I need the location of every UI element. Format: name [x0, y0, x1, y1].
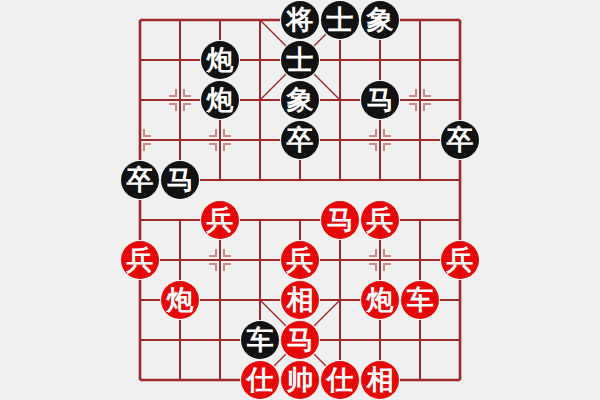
- piece-red-pawn-4[interactable]: 兵: [281, 241, 319, 279]
- piece-black-horse-1[interactable]: 马: [361, 81, 399, 119]
- piece-red-advisor-1[interactable]: 仕: [241, 361, 279, 399]
- app-background: 将士象炮士炮象马卒卒卒马车兵马兵兵兵兵炮相炮车马仕帅仕相: [0, 0, 600, 400]
- piece-red-cannon-1[interactable]: 炮: [161, 281, 199, 319]
- xiangqi-board[interactable]: 将士象炮士炮象马卒卒卒马车兵马兵兵兵兵炮相炮车马仕帅仕相: [130, 10, 470, 390]
- piece-red-chariot[interactable]: 车: [401, 281, 439, 319]
- piece-black-cannon-1[interactable]: 炮: [201, 41, 239, 79]
- piece-black-elephant-1[interactable]: 象: [361, 1, 399, 39]
- pieces-layer: 将士象炮士炮象马卒卒卒马车兵马兵兵兵兵炮相炮车马仕帅仕相: [130, 10, 470, 390]
- piece-red-pawn-1[interactable]: 兵: [201, 201, 239, 239]
- piece-black-cannon-2[interactable]: 炮: [201, 81, 239, 119]
- piece-red-pawn-5[interactable]: 兵: [441, 241, 479, 279]
- piece-black-advisor-2[interactable]: 士: [281, 41, 319, 79]
- piece-red-elephant-2[interactable]: 相: [361, 361, 399, 399]
- piece-black-elephant-2[interactable]: 象: [281, 81, 319, 119]
- piece-black-pawn-1[interactable]: 卒: [281, 121, 319, 159]
- piece-red-elephant-1[interactable]: 相: [281, 281, 319, 319]
- piece-red-pawn-3[interactable]: 兵: [121, 241, 159, 279]
- piece-red-cannon-2[interactable]: 炮: [361, 281, 399, 319]
- piece-black-pawn-3[interactable]: 卒: [121, 161, 159, 199]
- piece-black-pawn-2[interactable]: 卒: [441, 121, 479, 159]
- piece-red-horse-2[interactable]: 马: [281, 321, 319, 359]
- piece-black-advisor-1[interactable]: 士: [321, 1, 359, 39]
- piece-red-advisor-2[interactable]: 仕: [321, 361, 359, 399]
- piece-black-general[interactable]: 将: [281, 1, 319, 39]
- piece-black-chariot[interactable]: 车: [241, 321, 279, 359]
- piece-red-general[interactable]: 帅: [281, 361, 319, 399]
- piece-red-horse-1[interactable]: 马: [321, 201, 359, 239]
- piece-red-pawn-2[interactable]: 兵: [361, 201, 399, 239]
- piece-black-horse-2[interactable]: 马: [161, 161, 199, 199]
